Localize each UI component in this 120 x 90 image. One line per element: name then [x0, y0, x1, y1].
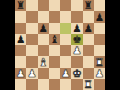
square-b2[interactable]: ♟: [26, 68, 37, 79]
square-b7[interactable]: [26, 11, 37, 22]
square-d5[interactable]: ♝: [49, 34, 60, 45]
black-pawn-g6[interactable]: ♟: [83, 23, 92, 33]
square-f1[interactable]: [71, 79, 82, 90]
square-b4[interactable]: [26, 45, 37, 56]
square-h5[interactable]: [94, 34, 105, 45]
square-h4[interactable]: [94, 45, 105, 56]
square-e8[interactable]: [60, 0, 71, 11]
black-pawn-h7[interactable]: ♟: [95, 11, 104, 21]
square-e5[interactable]: [60, 34, 71, 45]
square-g6[interactable]: ♟: [83, 23, 94, 34]
square-d1[interactable]: [49, 79, 60, 90]
square-f6[interactable]: ♟: [71, 23, 82, 34]
square-h3[interactable]: ♜: [94, 56, 105, 67]
square-f5[interactable]: ♚: [71, 34, 82, 45]
square-b8[interactable]: [26, 0, 37, 11]
square-h6[interactable]: [94, 23, 105, 34]
square-h7[interactable]: ♟: [94, 11, 105, 22]
square-f4[interactable]: ♟: [71, 45, 82, 56]
square-e3[interactable]: [60, 56, 71, 67]
square-b1[interactable]: [26, 79, 37, 90]
square-a8[interactable]: ♜: [15, 0, 26, 11]
square-c7[interactable]: [38, 11, 49, 22]
square-g7[interactable]: [83, 11, 94, 22]
square-c8[interactable]: [38, 0, 49, 11]
square-a6[interactable]: [15, 23, 26, 34]
white-pawn-a2[interactable]: ♟: [16, 68, 25, 78]
square-d6[interactable]: [49, 23, 60, 34]
square-e1[interactable]: [60, 79, 71, 90]
white-rook-g1[interactable]: ♜: [83, 79, 92, 89]
square-f2[interactable]: ♚: [71, 68, 82, 79]
black-pawn-c6[interactable]: ♟: [38, 23, 47, 33]
square-e4[interactable]: [60, 45, 71, 56]
square-c3[interactable]: ♝: [38, 56, 49, 67]
black-king-f5[interactable]: ♚: [72, 34, 81, 44]
black-bishop-d5[interactable]: ♝: [50, 34, 59, 44]
white-pawn-b2[interactable]: ♟: [27, 68, 36, 78]
square-g3[interactable]: [83, 56, 94, 67]
right-letterbox-bar: [105, 0, 120, 90]
square-g2[interactable]: [83, 68, 94, 79]
square-g5[interactable]: [83, 34, 94, 45]
square-g1[interactable]: ♜: [83, 79, 94, 90]
screenshot-canvas: ♜♜♟♟♟♟♟♝♚♟♝♜♟♟♟♚♟♜: [0, 0, 120, 90]
square-d7[interactable]: [49, 11, 60, 22]
black-pawn-a5[interactable]: ♟: [16, 34, 25, 44]
white-pawn-f4[interactable]: ♟: [72, 45, 81, 55]
square-a1[interactable]: [15, 79, 26, 90]
square-a5[interactable]: ♟: [15, 34, 26, 45]
square-e2[interactable]: ♟: [60, 68, 71, 79]
white-rook-h3[interactable]: ♜: [95, 56, 104, 66]
square-a2[interactable]: ♟: [15, 68, 26, 79]
square-g4[interactable]: [83, 45, 94, 56]
left-letterbox-bar: [0, 0, 15, 90]
square-b5[interactable]: [26, 34, 37, 45]
black-rook-g8[interactable]: ♜: [83, 0, 92, 10]
square-d2[interactable]: [49, 68, 60, 79]
square-e6[interactable]: [60, 23, 71, 34]
white-pawn-e2[interactable]: ♟: [61, 68, 70, 78]
square-f8[interactable]: [71, 0, 82, 11]
chess-board: ♜♜♟♟♟♟♟♝♚♟♝♜♟♟♟♚♟♜: [15, 0, 105, 90]
square-e7[interactable]: [60, 11, 71, 22]
square-c4[interactable]: [38, 45, 49, 56]
square-d8[interactable]: [49, 0, 60, 11]
square-b6[interactable]: [26, 23, 37, 34]
square-g8[interactable]: ♜: [83, 0, 94, 11]
square-a4[interactable]: [15, 45, 26, 56]
square-h1[interactable]: [94, 79, 105, 90]
square-d4[interactable]: [49, 45, 60, 56]
square-c6[interactable]: ♟: [38, 23, 49, 34]
white-bishop-c3[interactable]: ♝: [38, 56, 47, 66]
square-d3[interactable]: [49, 56, 60, 67]
square-a3[interactable]: [15, 56, 26, 67]
square-h8[interactable]: [94, 0, 105, 11]
white-king-f2[interactable]: ♚: [72, 68, 81, 78]
square-c2[interactable]: [38, 68, 49, 79]
square-f3[interactable]: [71, 56, 82, 67]
square-a7[interactable]: [15, 11, 26, 22]
square-c1[interactable]: [38, 79, 49, 90]
black-rook-a8[interactable]: ♜: [16, 0, 25, 10]
square-f7[interactable]: [71, 11, 82, 22]
black-pawn-f6[interactable]: ♟: [72, 23, 81, 33]
white-pawn-h2[interactable]: ♟: [95, 68, 104, 78]
square-b3[interactable]: [26, 56, 37, 67]
square-h2[interactable]: ♟: [94, 68, 105, 79]
square-c5[interactable]: [38, 34, 49, 45]
